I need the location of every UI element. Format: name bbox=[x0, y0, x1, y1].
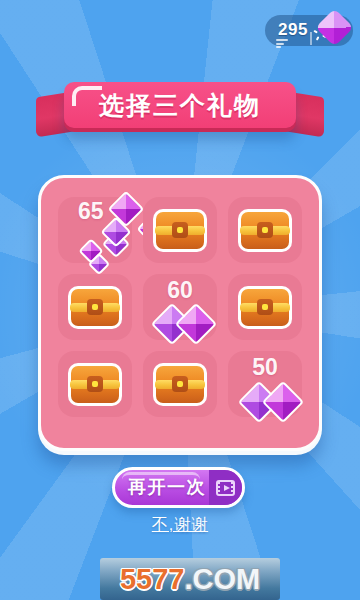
chest-icon bbox=[238, 286, 292, 329]
game-screen: 295 选择三个礼物 65 bbox=[0, 0, 360, 600]
gift-cell-r0c0-opened: 65 bbox=[58, 197, 132, 263]
watermark-banner: 5577.COM bbox=[100, 558, 280, 600]
gift-cell-r1c1-opened: 60 bbox=[143, 274, 217, 340]
gift-cell-r1c0-chest[interactable] bbox=[58, 274, 132, 340]
video-ad-icon bbox=[216, 480, 235, 496]
reward-value: 50 bbox=[228, 354, 302, 381]
reward-value: 60 bbox=[143, 277, 217, 304]
watermark-tld: .COM bbox=[184, 563, 260, 596]
chest-icon bbox=[68, 363, 122, 406]
gift-cell-r2c1-chest[interactable] bbox=[143, 351, 217, 417]
title-banner: 选择三个礼物 bbox=[0, 75, 360, 145]
gift-cell-r0c2-chest[interactable] bbox=[228, 197, 302, 263]
gem-count: 295 bbox=[278, 20, 308, 40]
gift-cell-r2c0-chest[interactable] bbox=[58, 351, 132, 417]
gift-grid: 65 60 bbox=[41, 178, 319, 417]
video-ad-section bbox=[209, 470, 242, 505]
open-again-label: 再开一次 bbox=[128, 470, 206, 505]
open-again-button[interactable]: 再开一次 bbox=[112, 467, 245, 508]
page-title: 选择三个礼物 bbox=[64, 82, 296, 128]
gift-cell-r1c2-chest[interactable] bbox=[228, 274, 302, 340]
gift-panel: 65 60 bbox=[38, 175, 322, 451]
no-thanks-link[interactable]: 不,谢谢 bbox=[0, 515, 360, 536]
gift-cell-r2c2-opened: 50 bbox=[228, 351, 302, 417]
chest-icon bbox=[153, 209, 207, 252]
chest-icon bbox=[68, 286, 122, 329]
chest-icon bbox=[153, 363, 207, 406]
chest-icon bbox=[238, 209, 292, 252]
speed-lines-icon bbox=[276, 39, 288, 50]
reward-value: 65 bbox=[78, 198, 104, 225]
watermark-number: 5577 bbox=[120, 563, 185, 596]
gift-cell-r0c1-chest[interactable] bbox=[143, 197, 217, 263]
gem-icon bbox=[262, 381, 304, 423]
no-thanks-label: 不,谢谢 bbox=[152, 516, 208, 533]
banner-plate: 选择三个礼物 bbox=[64, 82, 296, 128]
gem-icon bbox=[175, 303, 217, 345]
